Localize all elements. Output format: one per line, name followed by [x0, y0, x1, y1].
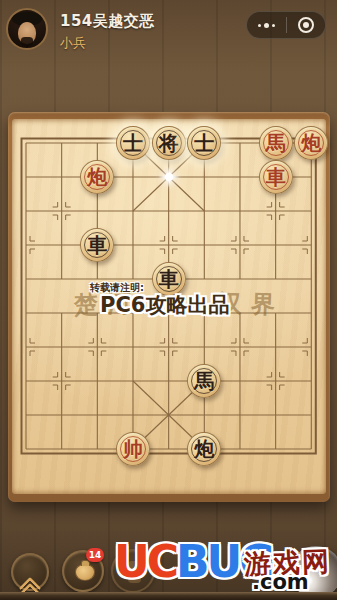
watermark-letter: G	[239, 536, 272, 587]
watermark-letter: U	[207, 536, 240, 587]
piece-character: 馬	[194, 371, 214, 391]
floor-edge	[0, 592, 337, 600]
avatar-beard	[21, 37, 33, 47]
level-title: 154吴越交恶	[60, 12, 155, 31]
piece-red-馬[interactable]: 馬	[259, 126, 293, 160]
rank-label: 小兵	[60, 34, 86, 52]
piece-character: 馬	[266, 133, 286, 153]
piece-character: 帅	[123, 439, 143, 459]
obscured-button[interactable]	[111, 549, 155, 593]
more-button[interactable]	[247, 12, 286, 38]
collapse-button[interactable]	[11, 553, 49, 591]
obscured-icon	[128, 561, 141, 583]
piece-black-士[interactable]: 士	[116, 126, 150, 160]
watermark-brand: PC6攻略出品	[100, 291, 229, 319]
hint-count-badge: 14	[86, 548, 104, 562]
wechat-capsule	[246, 11, 326, 39]
piece-character: 車	[87, 235, 107, 255]
piece-character: 炮	[194, 439, 214, 459]
floating-ball-button[interactable]	[290, 546, 337, 598]
avatar	[6, 8, 48, 50]
piece-black-将[interactable]: 将	[152, 126, 186, 160]
piece-character: 将	[159, 133, 179, 153]
target-circle-icon	[298, 17, 314, 33]
app-screen: 154吴越交恶 小兵 楚河 汉界 士将士馬炮炮車車車馬帅炮 转载请注明: PC6…	[0, 0, 337, 600]
hint-pouch-icon	[75, 564, 95, 581]
piece-red-車[interactable]: 車	[259, 160, 293, 194]
watermark-letter: B	[176, 536, 207, 587]
more-dots-icon	[258, 23, 275, 28]
exit-button[interactable]	[287, 12, 326, 38]
piece-character: 炮	[301, 133, 321, 153]
piece-character: 炮	[87, 167, 107, 187]
piece-character: 士	[123, 133, 143, 153]
piece-character: 車	[159, 269, 179, 289]
piece-character: 士	[194, 133, 214, 153]
piece-red-帅[interactable]: 帅	[116, 432, 150, 466]
piece-character: 車	[266, 167, 286, 187]
